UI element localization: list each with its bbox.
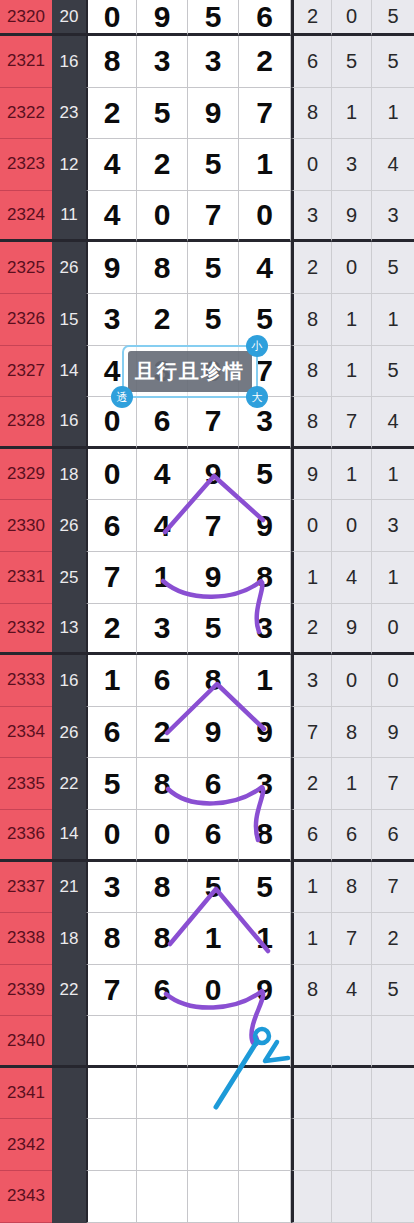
table-row: 2325269854205	[0, 242, 414, 294]
table-row: 2332132353290	[0, 604, 414, 656]
aux-cell: 8	[332, 707, 372, 759]
aux-cell: 2	[291, 758, 332, 810]
sum-cell: 26	[52, 707, 86, 759]
aux-cell: 1	[372, 294, 414, 346]
aux-cell: 9	[332, 604, 372, 656]
digit-cell	[239, 1068, 291, 1120]
aux-cell: 8	[291, 397, 332, 449]
aux-cell: 9	[332, 191, 372, 243]
aux-cell: 1	[332, 346, 372, 398]
aux-cell	[332, 1016, 372, 1068]
sum-cell: 12	[52, 139, 86, 191]
period-cell: 2328	[0, 397, 52, 449]
sum-cell: 26	[52, 242, 86, 294]
digit-cell	[137, 1119, 188, 1171]
digit-cell: 4	[137, 500, 188, 552]
digit-cell: 9	[188, 449, 239, 501]
table-row: 2336140068666	[0, 810, 414, 862]
aux-cell: 8	[332, 862, 372, 914]
digit-cell	[137, 1016, 188, 1068]
period-cell: 2343	[0, 1171, 52, 1223]
aux-cell: 9	[372, 707, 414, 759]
digit-cell: 3	[86, 862, 137, 914]
digit-cell: 6	[86, 500, 137, 552]
aux-cell: 6	[372, 810, 414, 862]
aux-cell: 6	[291, 810, 332, 862]
aux-cell	[291, 1119, 332, 1171]
aux-cell: 1	[291, 913, 332, 965]
digit-cell: 0	[86, 810, 137, 862]
digit-cell: 4	[86, 139, 137, 191]
period-cell: 2326	[0, 294, 52, 346]
digit-cell: 2	[137, 139, 188, 191]
aux-cell: 0	[332, 0, 372, 36]
digit-cell: 6	[137, 965, 188, 1017]
period-cell: 2322	[0, 88, 52, 140]
aux-cell: 2	[291, 604, 332, 656]
digit-cell: 1	[137, 552, 188, 604]
lottery-trend-chart: 2320200956205232116833265523222325978112…	[0, 0, 414, 1223]
digit-cell: 1	[86, 655, 137, 707]
digit-cell: 2	[239, 36, 291, 88]
digit-cell: 7	[86, 965, 137, 1017]
aux-cell: 5	[372, 36, 414, 88]
aux-cell: 1	[332, 758, 372, 810]
table-row: 2320200956205	[0, 0, 414, 36]
aux-cell: 7	[332, 397, 372, 449]
digit-cell	[239, 1171, 291, 1223]
aux-cell: 4	[332, 552, 372, 604]
aux-cell: 1	[372, 88, 414, 140]
aux-cell: 0	[291, 139, 332, 191]
digit-cell	[86, 1068, 137, 1120]
sticker-text: 且行且珍惜	[128, 351, 252, 392]
digit-cell	[188, 1171, 239, 1223]
period-cell: 2321	[0, 36, 52, 88]
period-cell: 2320	[0, 0, 52, 36]
digit-cell: 9	[188, 552, 239, 604]
digit-cell: 2	[137, 294, 188, 346]
digit-cell: 9	[239, 707, 291, 759]
sum-cell: 14	[52, 810, 86, 862]
period-cell: 2341	[0, 1068, 52, 1120]
period-cell: 2324	[0, 191, 52, 243]
digit-cell: 7	[188, 397, 239, 449]
digit-cell: 5	[188, 294, 239, 346]
aux-cell: 1	[332, 88, 372, 140]
digit-cell: 5	[188, 0, 239, 36]
digit-cell: 5	[239, 862, 291, 914]
digit-cell: 8	[137, 862, 188, 914]
aux-cell: 1	[372, 449, 414, 501]
aux-cell	[372, 1016, 414, 1068]
digit-cell: 0	[86, 449, 137, 501]
digit-cell: 0	[239, 191, 291, 243]
digit-cell: 3	[239, 604, 291, 656]
digit-cell: 3	[137, 36, 188, 88]
table-row: 2340	[0, 1016, 414, 1068]
digit-cell: 9	[239, 500, 291, 552]
digit-cell: 7	[188, 500, 239, 552]
aux-cell	[372, 1119, 414, 1171]
aux-cell	[291, 1016, 332, 1068]
digit-cell: 8	[137, 913, 188, 965]
digit-cell: 8	[86, 913, 137, 965]
table-row: 2333161681300	[0, 655, 414, 707]
resize-small-handle[interactable]: 小	[246, 335, 268, 357]
text-sticker[interactable]: 且行且珍惜 小 大 透	[122, 345, 258, 398]
digit-cell: 3	[188, 36, 239, 88]
digit-cell: 7	[239, 88, 291, 140]
digit-cell	[239, 1016, 291, 1068]
aux-cell: 5	[372, 242, 414, 294]
aux-cell: 3	[291, 191, 332, 243]
digit-cell: 6	[86, 707, 137, 759]
table-row: 2328160673874	[0, 397, 414, 449]
aux-cell: 5	[372, 346, 414, 398]
table-row: 2338188811172	[0, 913, 414, 965]
aux-cell	[332, 1171, 372, 1223]
aux-cell: 7	[332, 913, 372, 965]
digit-cell: 5	[239, 449, 291, 501]
digit-cell: 8	[137, 242, 188, 294]
aux-cell: 5	[372, 965, 414, 1017]
digit-cell: 6	[137, 655, 188, 707]
digit-cell: 4	[239, 242, 291, 294]
sum-cell: 20	[52, 0, 86, 36]
aux-cell: 1	[372, 552, 414, 604]
aux-cell: 8	[291, 346, 332, 398]
digit-cell: 2	[86, 88, 137, 140]
aux-cell: 8	[291, 88, 332, 140]
digit-cell: 1	[239, 655, 291, 707]
digit-cell: 5	[137, 88, 188, 140]
sum-cell: 18	[52, 913, 86, 965]
digit-cell: 2	[137, 707, 188, 759]
digit-cell: 7	[86, 552, 137, 604]
digit-cell: 0	[137, 810, 188, 862]
aux-cell: 1	[332, 294, 372, 346]
aux-cell: 7	[372, 758, 414, 810]
digit-cell: 6	[137, 397, 188, 449]
digit-cell: 0	[137, 191, 188, 243]
digit-cell: 9	[188, 707, 239, 759]
sum-cell: 13	[52, 604, 86, 656]
period-cell: 2335	[0, 758, 52, 810]
digit-cell: 3	[86, 294, 137, 346]
period-cell: 2330	[0, 500, 52, 552]
aux-cell: 7	[372, 862, 414, 914]
aux-cell: 1	[291, 862, 332, 914]
sum-cell: 25	[52, 552, 86, 604]
table-row: 2335225863217	[0, 758, 414, 810]
digit-cell: 1	[239, 913, 291, 965]
aux-cell: 4	[372, 139, 414, 191]
aux-cell: 3	[332, 139, 372, 191]
digit-cell: 5	[86, 758, 137, 810]
digit-cell	[137, 1171, 188, 1223]
table-row: 2326153255811	[0, 294, 414, 346]
aux-cell	[372, 1171, 414, 1223]
aux-cell: 0	[372, 604, 414, 656]
digit-cell	[86, 1171, 137, 1223]
digit-cell: 1	[239, 139, 291, 191]
aux-cell: 0	[332, 655, 372, 707]
sum-cell: 22	[52, 965, 86, 1017]
aux-cell: 4	[332, 965, 372, 1017]
table-row: 2334266299789	[0, 707, 414, 759]
digit-cell: 9	[86, 242, 137, 294]
sum-cell: 15	[52, 294, 86, 346]
table-row: 2329180495911	[0, 449, 414, 501]
digit-cell	[188, 1119, 239, 1171]
sum-cell: 16	[52, 36, 86, 88]
period-cell: 2342	[0, 1119, 52, 1171]
sum-cell: 22	[52, 758, 86, 810]
aux-cell: 5	[372, 0, 414, 36]
digit-cell: 3	[137, 604, 188, 656]
aux-cell	[291, 1068, 332, 1120]
period-cell: 2338	[0, 913, 52, 965]
digit-cell	[188, 1016, 239, 1068]
table-row: 2323124251034	[0, 139, 414, 191]
transparency-handle[interactable]: 透	[111, 386, 133, 408]
digit-cell: 8	[188, 655, 239, 707]
digit-cell: 3	[239, 758, 291, 810]
table-row: 2337213855187	[0, 862, 414, 914]
period-cell: 2336	[0, 810, 52, 862]
aux-cell	[332, 1068, 372, 1120]
digit-cell: 0	[86, 0, 137, 36]
table-row: 2322232597811	[0, 88, 414, 140]
digit-cell: 6	[188, 810, 239, 862]
aux-cell	[291, 1171, 332, 1223]
digit-cell: 3	[239, 397, 291, 449]
aux-cell: 1	[291, 552, 332, 604]
period-cell: 2331	[0, 552, 52, 604]
table-row: 2342	[0, 1119, 414, 1171]
sum-cell: 26	[52, 500, 86, 552]
table-row: 2330266479003	[0, 500, 414, 552]
digit-cell: 1	[188, 913, 239, 965]
digit-cell: 8	[137, 758, 188, 810]
digit-cell: 5	[188, 139, 239, 191]
aux-cell: 4	[372, 397, 414, 449]
sum-cell: 23	[52, 88, 86, 140]
aux-cell: 3	[372, 191, 414, 243]
digit-cell	[86, 1016, 137, 1068]
resize-big-handle[interactable]: 大	[246, 386, 268, 408]
period-cell: 2333	[0, 655, 52, 707]
digit-cell: 0	[188, 965, 239, 1017]
aux-cell: 2	[291, 0, 332, 36]
sum-cell	[52, 1171, 86, 1223]
digit-cell	[86, 1119, 137, 1171]
table-row: 2321168332655	[0, 36, 414, 88]
aux-cell: 2	[291, 242, 332, 294]
table-row: 2343	[0, 1171, 414, 1223]
period-cell: 2339	[0, 965, 52, 1017]
digit-cell: 6	[188, 758, 239, 810]
number-grid: 2320200956205232116833265523222325978112…	[0, 0, 414, 1223]
aux-cell: 9	[291, 449, 332, 501]
aux-cell: 1	[332, 449, 372, 501]
aux-cell: 8	[291, 965, 332, 1017]
period-cell: 2327	[0, 346, 52, 398]
digit-cell: 4	[137, 449, 188, 501]
aux-cell: 7	[291, 707, 332, 759]
aux-cell	[372, 1068, 414, 1120]
aux-cell: 0	[332, 500, 372, 552]
period-cell: 2332	[0, 604, 52, 656]
sum-cell: 16	[52, 397, 86, 449]
sum-cell: 16	[52, 655, 86, 707]
aux-cell	[332, 1119, 372, 1171]
digit-cell: 9	[137, 0, 188, 36]
aux-cell: 8	[291, 294, 332, 346]
table-row: 2339227609845	[0, 965, 414, 1017]
period-cell: 2334	[0, 707, 52, 759]
aux-cell: 5	[332, 36, 372, 88]
aux-cell: 6	[291, 36, 332, 88]
sum-cell	[52, 1016, 86, 1068]
digit-cell: 5	[188, 862, 239, 914]
digit-cell: 8	[239, 810, 291, 862]
aux-cell: 3	[291, 655, 332, 707]
digit-cell	[137, 1068, 188, 1120]
aux-cell: 6	[332, 810, 372, 862]
aux-cell: 0	[372, 655, 414, 707]
table-row: 2324114070393	[0, 191, 414, 243]
digit-cell: 8	[239, 552, 291, 604]
digit-cell: 9	[188, 88, 239, 140]
sum-cell	[52, 1119, 86, 1171]
sum-cell: 18	[52, 449, 86, 501]
period-cell: 2325	[0, 242, 52, 294]
sum-cell: 14	[52, 346, 86, 398]
aux-cell: 0	[291, 500, 332, 552]
table-row: 2341	[0, 1068, 414, 1120]
digit-cell: 5	[188, 604, 239, 656]
digit-cell: 4	[86, 191, 137, 243]
digit-cell: 9	[239, 965, 291, 1017]
sum-cell	[52, 1068, 86, 1120]
period-cell: 2340	[0, 1016, 52, 1068]
aux-cell: 3	[372, 500, 414, 552]
table-row: 2331257198141	[0, 552, 414, 604]
digit-cell: 5	[188, 242, 239, 294]
digit-cell: 7	[188, 191, 239, 243]
aux-cell: 2	[372, 913, 414, 965]
period-cell: 2329	[0, 449, 52, 501]
sum-cell: 11	[52, 191, 86, 243]
aux-cell: 0	[332, 242, 372, 294]
digit-cell: 8	[86, 36, 137, 88]
sum-cell: 21	[52, 862, 86, 914]
digit-cell: 2	[86, 604, 137, 656]
digit-cell: 6	[239, 0, 291, 36]
digit-cell	[239, 1119, 291, 1171]
period-cell: 2337	[0, 862, 52, 914]
period-cell: 2323	[0, 139, 52, 191]
digit-cell	[188, 1068, 239, 1120]
